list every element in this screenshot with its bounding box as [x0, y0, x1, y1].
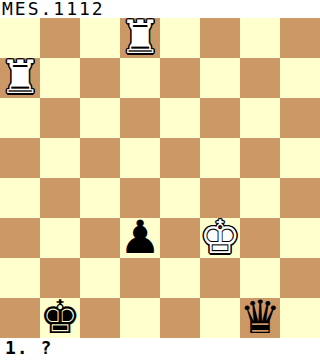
square-e5[interactable]: [160, 138, 200, 178]
square-e4[interactable]: [160, 178, 200, 218]
square-c4[interactable]: [80, 178, 120, 218]
square-g4[interactable]: [240, 178, 280, 218]
square-f2[interactable]: [200, 258, 240, 298]
square-d1[interactable]: [120, 298, 160, 338]
square-f3[interactable]: ♚: [200, 218, 240, 258]
square-b5[interactable]: [40, 138, 80, 178]
square-g6[interactable]: [240, 98, 280, 138]
square-b4[interactable]: [40, 178, 80, 218]
square-d2[interactable]: [120, 258, 160, 298]
square-d6[interactable]: [120, 98, 160, 138]
square-g1[interactable]: ♛: [240, 298, 280, 338]
black-pawn-d3[interactable]: ♟: [119, 214, 160, 260]
square-g3[interactable]: [240, 218, 280, 258]
square-f1[interactable]: [200, 298, 240, 338]
square-c2[interactable]: [80, 258, 120, 298]
chess-diagram-page: MES.1112 ♜♜♟♚♚♛ 1. ?: [0, 0, 320, 360]
square-e7[interactable]: [160, 58, 200, 98]
square-c5[interactable]: [80, 138, 120, 178]
square-a5[interactable]: [0, 138, 40, 178]
square-a3[interactable]: [0, 218, 40, 258]
square-b1[interactable]: ♚: [40, 298, 80, 338]
square-f7[interactable]: [200, 58, 240, 98]
chess-board[interactable]: ♜♜♟♚♚♛: [0, 18, 320, 338]
square-h6[interactable]: [280, 98, 320, 138]
square-c1[interactable]: [80, 298, 120, 338]
square-d3[interactable]: ♟: [120, 218, 160, 258]
square-c8[interactable]: [80, 18, 120, 58]
square-h4[interactable]: [280, 178, 320, 218]
square-h8[interactable]: [280, 18, 320, 58]
black-king-b1[interactable]: ♚: [39, 294, 80, 340]
square-a1[interactable]: [0, 298, 40, 338]
square-h7[interactable]: [280, 58, 320, 98]
square-c6[interactable]: [80, 98, 120, 138]
square-b6[interactable]: [40, 98, 80, 138]
black-queen-g1[interactable]: ♛: [239, 294, 280, 340]
white-king-f3[interactable]: ♚: [199, 214, 240, 260]
square-e6[interactable]: [160, 98, 200, 138]
square-b3[interactable]: [40, 218, 80, 258]
square-h3[interactable]: [280, 218, 320, 258]
square-c7[interactable]: [80, 58, 120, 98]
square-g7[interactable]: [240, 58, 280, 98]
square-f8[interactable]: [200, 18, 240, 58]
square-f5[interactable]: [200, 138, 240, 178]
square-e8[interactable]: [160, 18, 200, 58]
square-d8[interactable]: ♜: [120, 18, 160, 58]
square-b8[interactable]: [40, 18, 80, 58]
square-d5[interactable]: [120, 138, 160, 178]
square-d7[interactable]: [120, 58, 160, 98]
square-a7[interactable]: ♜: [0, 58, 40, 98]
square-h5[interactable]: [280, 138, 320, 178]
square-e2[interactable]: [160, 258, 200, 298]
square-g8[interactable]: [240, 18, 280, 58]
square-c3[interactable]: [80, 218, 120, 258]
square-b7[interactable]: [40, 58, 80, 98]
white-rook-d8[interactable]: ♜: [119, 14, 160, 60]
square-a2[interactable]: [0, 258, 40, 298]
square-h2[interactable]: [280, 258, 320, 298]
square-h1[interactable]: [280, 298, 320, 338]
square-a4[interactable]: [0, 178, 40, 218]
square-e3[interactable]: [160, 218, 200, 258]
square-a6[interactable]: [0, 98, 40, 138]
white-rook-a7[interactable]: ♜: [0, 54, 41, 100]
square-f6[interactable]: [200, 98, 240, 138]
square-e1[interactable]: [160, 298, 200, 338]
square-g5[interactable]: [240, 138, 280, 178]
